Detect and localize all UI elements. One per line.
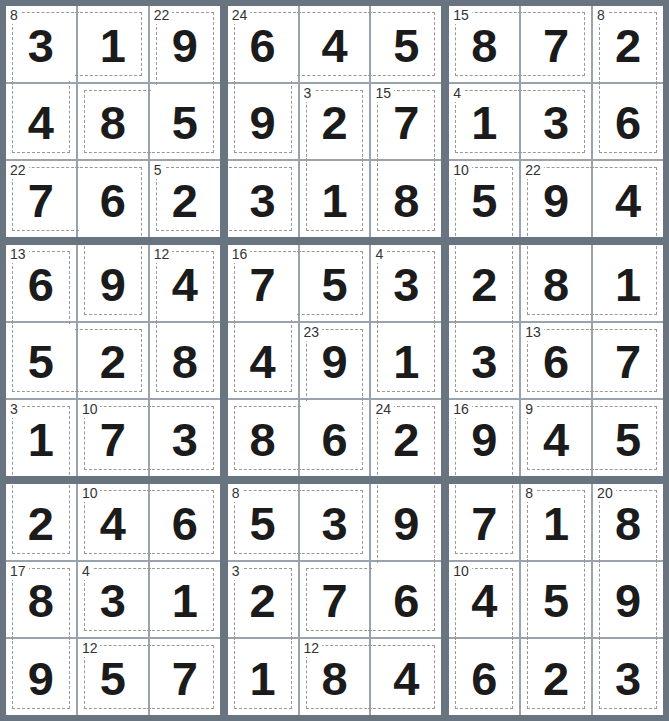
- cell-value: 8: [321, 655, 347, 702]
- cell-r5c4[interactable]: 4: [228, 323, 298, 399]
- cell-value: 1: [615, 261, 641, 308]
- cell-value: 8: [100, 99, 126, 146]
- cell-value: 7: [471, 500, 497, 547]
- cell-value: 9: [28, 655, 54, 702]
- cell-r3c3[interactable]: 52: [150, 161, 220, 237]
- box-9: 78120810459623: [449, 484, 663, 715]
- cell-r5c9[interactable]: 7: [593, 323, 663, 399]
- cell-value: 5: [321, 261, 347, 308]
- cell-value: 2: [393, 416, 419, 463]
- cell-r2c6[interactable]: 157: [371, 84, 441, 160]
- cell-r5c7[interactable]: 3: [449, 323, 519, 399]
- cell-value: 5: [543, 577, 569, 624]
- cell-r4c7[interactable]: 2: [449, 245, 519, 321]
- cell-r8c4[interactable]: 32: [228, 562, 298, 638]
- cage-sum-label: 10: [452, 562, 472, 580]
- cell-r3c8[interactable]: 229: [521, 161, 591, 237]
- cell-r1c7[interactable]: 158: [449, 6, 519, 82]
- cell-r5c3[interactable]: 8: [150, 323, 220, 399]
- cell-r1c6[interactable]: 5: [371, 6, 441, 82]
- cell-value: 9: [100, 261, 126, 308]
- cell-r3c5[interactable]: 1: [300, 161, 370, 237]
- cell-r2c2[interactable]: 8: [78, 84, 148, 160]
- cell-r7c7[interactable]: 7: [449, 484, 519, 560]
- cell-value: 3: [28, 22, 54, 69]
- cell-value: 6: [100, 177, 126, 224]
- cell-value: 6: [250, 22, 276, 69]
- cell-r6c1[interactable]: 31: [6, 400, 76, 476]
- cage-sum-label: 12: [81, 639, 101, 657]
- cell-value: 8: [615, 500, 641, 547]
- cell-r3c6[interactable]: 8: [371, 161, 441, 237]
- cell-value: 2: [100, 338, 126, 385]
- cell-value: 3: [615, 655, 641, 702]
- cell-value: 9: [615, 577, 641, 624]
- cell-value: 3: [100, 577, 126, 624]
- cell-r4c1[interactable]: 136: [6, 245, 76, 321]
- cell-value: 7: [250, 261, 276, 308]
- cell-r6c4[interactable]: 8: [228, 400, 298, 476]
- cell-r8c5[interactable]: 7: [300, 562, 370, 638]
- cell-value: 5: [471, 177, 497, 224]
- cell-value: 3: [471, 338, 497, 385]
- cell-r6c7[interactable]: 169: [449, 400, 519, 476]
- cell-value: 4: [393, 655, 419, 702]
- box-2: 24645932157318: [228, 6, 442, 237]
- cage-sum-label: 22: [524, 161, 544, 179]
- cell-r7c1[interactable]: 2: [6, 484, 76, 560]
- box-3: 15878241361052294: [449, 6, 663, 237]
- box-4: 1369124528311073: [6, 245, 220, 476]
- cell-r8c7[interactable]: 104: [449, 562, 519, 638]
- cell-r5c6[interactable]: 1: [371, 323, 441, 399]
- cell-value: 7: [321, 577, 347, 624]
- cell-r8c8[interactable]: 5: [521, 562, 591, 638]
- cell-r8c9[interactable]: 9: [593, 562, 663, 638]
- cell-value: 7: [543, 22, 569, 69]
- cell-value: 2: [471, 261, 497, 308]
- cell-value: 4: [615, 177, 641, 224]
- cell-r6c3[interactable]: 3: [150, 400, 220, 476]
- box-6: 28131367169945: [449, 245, 663, 476]
- cage-sum-label: 5: [153, 161, 165, 179]
- cell-value: 7: [28, 177, 54, 224]
- cage-sum-label: 17: [9, 562, 29, 580]
- cage-sum-label: 12: [153, 245, 173, 263]
- cell-value: 5: [615, 416, 641, 463]
- cell-r4c8[interactable]: 8: [521, 245, 591, 321]
- cell-r2c4[interactable]: 9: [228, 84, 298, 160]
- cell-value: 4: [172, 261, 198, 308]
- cage-sum-label: 3: [231, 562, 243, 580]
- cell-r9c2[interactable]: 125: [78, 639, 148, 715]
- cell-r2c1[interactable]: 4: [6, 84, 76, 160]
- cell-value: 7: [172, 655, 198, 702]
- cage-sum-label: 16: [231, 245, 251, 263]
- cell-value: 2: [321, 99, 347, 146]
- cell-r5c5[interactable]: 239: [300, 323, 370, 399]
- cage-sum-label: 8: [596, 6, 608, 24]
- cell-r3c4[interactable]: 3: [228, 161, 298, 237]
- cell-r1c8[interactable]: 7: [521, 6, 591, 82]
- cell-value: 1: [100, 22, 126, 69]
- cell-value: 2: [250, 577, 276, 624]
- cell-value: 3: [172, 416, 198, 463]
- cell-value: 4: [28, 99, 54, 146]
- cell-value: 2: [172, 177, 198, 224]
- cage-sum-label: 20: [596, 484, 616, 502]
- cell-value: 6: [543, 338, 569, 385]
- cell-r4c9[interactable]: 1: [593, 245, 663, 321]
- cell-r9c8[interactable]: 2: [521, 639, 591, 715]
- cage-sum-label: 15: [452, 6, 472, 24]
- cage-sum-label: 9: [524, 400, 536, 418]
- cell-r1c1[interactable]: 83: [6, 6, 76, 82]
- box-1: 831229485227652: [6, 6, 220, 237]
- cell-value: 5: [393, 22, 419, 69]
- cage-sum-label: 3: [9, 400, 21, 418]
- cage-sum-label: 10: [81, 484, 101, 502]
- cell-r2c3[interactable]: 5: [150, 84, 220, 160]
- cage-sum-label: 4: [452, 84, 464, 102]
- cell-value: 2: [28, 500, 54, 547]
- cage-sum-label: 24: [231, 6, 251, 24]
- cell-value: 6: [172, 500, 198, 547]
- cell-value: 7: [393, 99, 419, 146]
- cell-r7c3[interactable]: 6: [150, 484, 220, 560]
- cell-r7c6[interactable]: 9: [371, 484, 441, 560]
- cell-value: 5: [100, 655, 126, 702]
- cage-sum-label: 3: [303, 84, 315, 102]
- cell-r1c2[interactable]: 1: [78, 6, 148, 82]
- cell-value: 9: [543, 177, 569, 224]
- cell-value: 6: [321, 416, 347, 463]
- cell-value: 1: [393, 338, 419, 385]
- cell-r2c5[interactable]: 32: [300, 84, 370, 160]
- cell-r2c7[interactable]: 41: [449, 84, 519, 160]
- cell-r9c5[interactable]: 128: [300, 639, 370, 715]
- cell-value: 3: [393, 261, 419, 308]
- cell-value: 8: [393, 177, 419, 224]
- cell-value: 8: [28, 577, 54, 624]
- cell-value: 4: [471, 577, 497, 624]
- cage-sum-label: 15: [374, 84, 394, 102]
- cell-value: 5: [250, 500, 276, 547]
- cell-value: 8: [543, 261, 569, 308]
- cage-sum-label: 13: [9, 245, 29, 263]
- cell-r4c5[interactable]: 5: [300, 245, 370, 321]
- cell-r6c9[interactable]: 5: [593, 400, 663, 476]
- cell-r8c1[interactable]: 178: [6, 562, 76, 638]
- cage-sum-label: 4: [374, 245, 386, 263]
- cell-value: 1: [321, 177, 347, 224]
- cell-r7c9[interactable]: 208: [593, 484, 663, 560]
- cell-r9c4[interactable]: 1: [228, 639, 298, 715]
- cell-r6c6[interactable]: 242: [371, 400, 441, 476]
- cell-value: 7: [615, 338, 641, 385]
- cell-r3c2[interactable]: 6: [78, 161, 148, 237]
- cell-r9c7[interactable]: 6: [449, 639, 519, 715]
- cell-r5c2[interactable]: 2: [78, 323, 148, 399]
- cell-value: 6: [393, 577, 419, 624]
- cell-value: 9: [321, 338, 347, 385]
- box-5: 1675434239186242: [228, 245, 442, 476]
- cell-r9c9[interactable]: 3: [593, 639, 663, 715]
- killer-sudoku-board: 8312294852276522464593215731815878241361…: [0, 0, 669, 721]
- cell-r1c3[interactable]: 229: [150, 6, 220, 82]
- cage-sum-label: 22: [153, 6, 173, 24]
- cage-sum-label: 4: [81, 562, 93, 580]
- cell-r2c9[interactable]: 6: [593, 84, 663, 160]
- cage-sum-label: 22: [9, 161, 29, 179]
- cell-r5c8[interactable]: 136: [521, 323, 591, 399]
- cell-value: 7: [100, 416, 126, 463]
- cell-value: 8: [172, 338, 198, 385]
- cell-value: 9: [393, 500, 419, 547]
- cage-sum-label: 24: [374, 400, 394, 418]
- cell-r6c8[interactable]: 94: [521, 400, 591, 476]
- cell-value: 1: [471, 99, 497, 146]
- box-8: 8539327611284: [228, 484, 442, 715]
- cell-r6c5[interactable]: 6: [300, 400, 370, 476]
- cage-sum-label: 13: [524, 323, 544, 341]
- cell-r6c2[interactable]: 107: [78, 400, 148, 476]
- cell-r7c5[interactable]: 3: [300, 484, 370, 560]
- cell-r9c3[interactable]: 7: [150, 639, 220, 715]
- cell-value: 4: [321, 22, 347, 69]
- cell-r3c7[interactable]: 105: [449, 161, 519, 237]
- cell-value: 8: [250, 416, 276, 463]
- cell-value: 2: [615, 22, 641, 69]
- cage-sum-label: 23: [303, 323, 323, 341]
- cage-sum-label: 10: [81, 400, 101, 418]
- cell-r9c6[interactable]: 4: [371, 639, 441, 715]
- cell-r4c6[interactable]: 43: [371, 245, 441, 321]
- cell-r3c1[interactable]: 227: [6, 161, 76, 237]
- cell-value: 6: [615, 99, 641, 146]
- cell-value: 3: [250, 177, 276, 224]
- cell-value: 1: [28, 416, 54, 463]
- cell-value: 8: [471, 22, 497, 69]
- cell-value: 6: [28, 261, 54, 308]
- cell-r4c2[interactable]: 9: [78, 245, 148, 321]
- cell-r7c2[interactable]: 104: [78, 484, 148, 560]
- cell-r1c4[interactable]: 246: [228, 6, 298, 82]
- cell-value: 6: [471, 655, 497, 702]
- cell-value: 3: [543, 99, 569, 146]
- cell-value: 5: [28, 338, 54, 385]
- cell-r8c2[interactable]: 43: [78, 562, 148, 638]
- cage-sum-label: 8: [9, 6, 21, 24]
- cell-value: 9: [250, 99, 276, 146]
- cell-value: 1: [172, 577, 198, 624]
- cage-sum-label: 8: [524, 484, 536, 502]
- cell-value: 5: [172, 99, 198, 146]
- cell-value: 1: [250, 655, 276, 702]
- cell-value: 4: [250, 338, 276, 385]
- cage-sum-label: 16: [452, 400, 472, 418]
- cell-value: 2: [543, 655, 569, 702]
- cell-r5c1[interactable]: 5: [6, 323, 76, 399]
- cell-value: 4: [100, 500, 126, 547]
- cell-r8c6[interactable]: 6: [371, 562, 441, 638]
- cell-value: 4: [543, 416, 569, 463]
- cell-r2c8[interactable]: 3: [521, 84, 591, 160]
- cell-r9c1[interactable]: 9: [6, 639, 76, 715]
- cell-r4c3[interactable]: 124: [150, 245, 220, 321]
- cell-r4c4[interactable]: 167: [228, 245, 298, 321]
- cell-r3c9[interactable]: 4: [593, 161, 663, 237]
- cell-r1c5[interactable]: 4: [300, 6, 370, 82]
- cell-r7c8[interactable]: 81: [521, 484, 591, 560]
- cell-r7c4[interactable]: 85: [228, 484, 298, 560]
- cell-value: 9: [172, 22, 198, 69]
- cell-value: 9: [471, 416, 497, 463]
- cage-sum-label: 12: [303, 639, 323, 657]
- cell-r1c9[interactable]: 82: [593, 6, 663, 82]
- cage-sum-label: 8: [231, 484, 243, 502]
- cell-value: 1: [543, 500, 569, 547]
- cage-sum-label: 10: [452, 161, 472, 179]
- cell-value: 3: [321, 500, 347, 547]
- box-7: 2104617843191257: [6, 484, 220, 715]
- cell-r8c3[interactable]: 1: [150, 562, 220, 638]
